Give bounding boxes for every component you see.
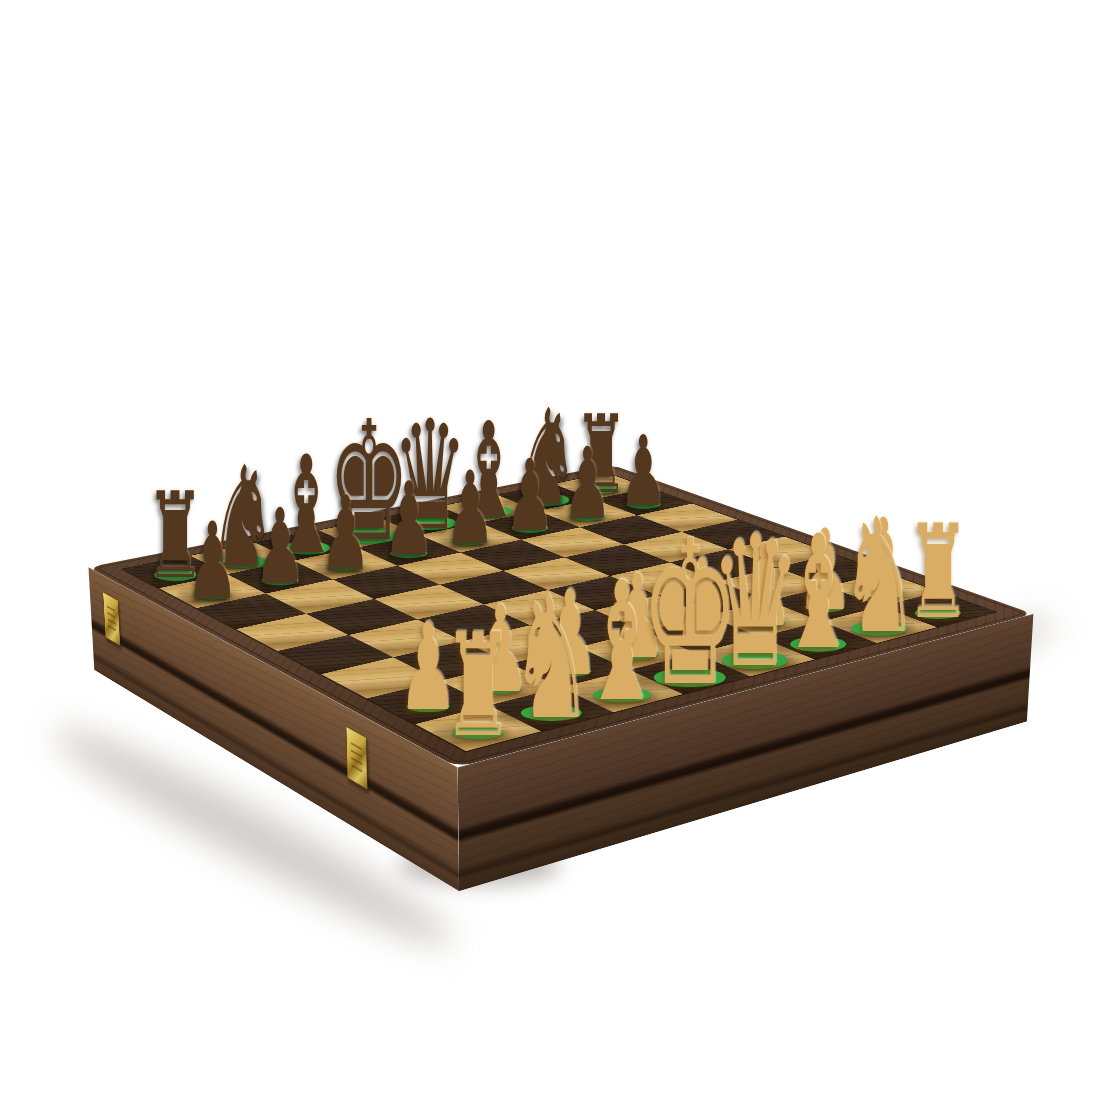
piece-black-pawn-d7[interactable]: ♟ [445,495,495,551]
pieces-layer: ♜♞♝♛♚♝♞♜♟♟♟♟♟♟♟♟♜♞♝♛♚♝♞♜♟♟♟♟♟♟♟♟ [0,0,1100,1100]
rook-glyph: ♜ [443,616,514,758]
pawn-glyph: ♟ [254,495,306,599]
pawn-glyph: ♟ [505,447,554,546]
piece-black-pawn-c7[interactable]: ♟ [505,483,554,538]
piece-black-pawn-h7[interactable]: ♟ [186,546,239,605]
pawn-glyph: ♟ [186,507,239,613]
piece-white-knight-g1[interactable]: ♞ [509,637,593,731]
knight-glyph: ♞ [509,575,593,744]
piece-black-pawn-e7[interactable]: ♟ [383,507,434,564]
chess-product-photo: ♜♞♝♛♚♝♞♜♟♟♟♟♟♟♟♟♜♞♝♛♚♝♞♜♟♟♟♟♟♟♟♟ [0,0,1100,1100]
pawn-glyph: ♟ [445,458,495,559]
pawn-glyph: ♟ [320,483,371,586]
pawn-glyph: ♟ [563,435,612,534]
piece-black-pawn-b7[interactable]: ♟ [563,471,612,526]
piece-black-pawn-g7[interactable]: ♟ [254,533,306,591]
pawn-glyph: ♟ [383,469,434,572]
piece-white-rook-h1[interactable]: ♜ [443,668,514,747]
piece-black-pawn-f7[interactable]: ♟ [320,520,371,577]
